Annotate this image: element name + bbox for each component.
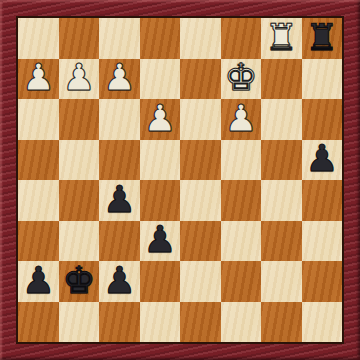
chess-board: ♜♜♟♟♟♚♟♟♟♟♟♟♚♟ [16,16,344,344]
square-e8[interactable] [180,18,221,59]
square-g6[interactable] [261,99,302,140]
square-a1[interactable] [18,302,59,343]
piece-white-rook[interactable]: ♜ [265,19,298,56]
square-f5[interactable] [221,140,262,181]
square-h8[interactable]: ♜ [302,18,343,59]
piece-white-pawn[interactable]: ♟ [62,59,95,96]
square-b5[interactable] [59,140,100,181]
square-b1[interactable] [59,302,100,343]
square-b8[interactable] [59,18,100,59]
square-c6[interactable] [99,99,140,140]
piece-white-king[interactable]: ♚ [224,59,257,96]
square-f7[interactable]: ♚ [221,59,262,100]
square-h2[interactable] [302,261,343,302]
square-d3[interactable]: ♟ [140,221,181,262]
square-a4[interactable] [18,180,59,221]
square-f4[interactable] [221,180,262,221]
square-f6[interactable]: ♟ [221,99,262,140]
square-d2[interactable] [140,261,181,302]
square-b3[interactable] [59,221,100,262]
board-frame: ♜♜♟♟♟♚♟♟♟♟♟♟♚♟ [0,0,360,360]
square-d1[interactable] [140,302,181,343]
piece-white-pawn[interactable]: ♟ [224,100,257,137]
square-d6[interactable]: ♟ [140,99,181,140]
square-d5[interactable] [140,140,181,181]
piece-black-king[interactable]: ♚ [62,262,95,299]
square-c3[interactable] [99,221,140,262]
square-c5[interactable] [99,140,140,181]
piece-black-pawn[interactable]: ♟ [143,221,176,258]
square-h7[interactable] [302,59,343,100]
square-e6[interactable] [180,99,221,140]
square-f8[interactable] [221,18,262,59]
square-b4[interactable] [59,180,100,221]
square-h6[interactable] [302,99,343,140]
square-c2[interactable]: ♟ [99,261,140,302]
square-d8[interactable] [140,18,181,59]
square-h5[interactable]: ♟ [302,140,343,181]
square-c7[interactable]: ♟ [99,59,140,100]
square-a2[interactable]: ♟ [18,261,59,302]
piece-white-pawn[interactable]: ♟ [143,100,176,137]
square-c1[interactable] [99,302,140,343]
square-h1[interactable] [302,302,343,343]
square-d4[interactable] [140,180,181,221]
square-d7[interactable] [140,59,181,100]
square-a7[interactable]: ♟ [18,59,59,100]
square-e1[interactable] [180,302,221,343]
square-g5[interactable] [261,140,302,181]
square-g7[interactable] [261,59,302,100]
square-a8[interactable] [18,18,59,59]
square-e2[interactable] [180,261,221,302]
square-g1[interactable] [261,302,302,343]
square-e4[interactable] [180,180,221,221]
square-a6[interactable] [18,99,59,140]
square-e7[interactable] [180,59,221,100]
square-a3[interactable] [18,221,59,262]
square-f3[interactable] [221,221,262,262]
square-b6[interactable] [59,99,100,140]
square-c4[interactable]: ♟ [99,180,140,221]
square-h3[interactable] [302,221,343,262]
square-e3[interactable] [180,221,221,262]
square-f1[interactable] [221,302,262,343]
square-g8[interactable]: ♜ [261,18,302,59]
piece-black-pawn[interactable]: ♟ [305,140,338,177]
square-f2[interactable] [221,261,262,302]
square-e5[interactable] [180,140,221,181]
piece-black-pawn[interactable]: ♟ [103,181,136,218]
piece-white-pawn[interactable]: ♟ [103,59,136,96]
square-b7[interactable]: ♟ [59,59,100,100]
piece-black-pawn[interactable]: ♟ [103,262,136,299]
piece-black-rook[interactable]: ♜ [305,19,338,56]
square-g4[interactable] [261,180,302,221]
square-g3[interactable] [261,221,302,262]
square-h4[interactable] [302,180,343,221]
square-c8[interactable] [99,18,140,59]
square-g2[interactable] [261,261,302,302]
piece-black-pawn[interactable]: ♟ [22,262,55,299]
square-b2[interactable]: ♚ [59,261,100,302]
piece-white-pawn[interactable]: ♟ [22,59,55,96]
square-a5[interactable] [18,140,59,181]
